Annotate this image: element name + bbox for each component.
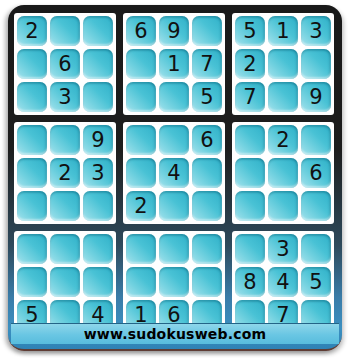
- cell-r7c5[interactable]: [159, 234, 189, 264]
- cell-r1c7: 5: [235, 16, 265, 46]
- cell-r2c8[interactable]: [268, 49, 298, 79]
- cell-r3c5[interactable]: [159, 82, 189, 112]
- cell-r8c5[interactable]: [159, 267, 189, 297]
- cell-r2c3[interactable]: [83, 49, 113, 79]
- cell-r1c5: 9: [159, 16, 189, 46]
- cell-r2c6: 7: [192, 49, 222, 79]
- cell-r3c3[interactable]: [83, 82, 113, 112]
- box-3-2: 16: [123, 231, 225, 333]
- cell-r2c5: 1: [159, 49, 189, 79]
- cell-r6c5[interactable]: [159, 191, 189, 221]
- cell-r2c9[interactable]: [301, 49, 331, 79]
- cell-r7c9[interactable]: [301, 234, 331, 264]
- cell-r1c1: 2: [17, 16, 47, 46]
- cell-r5c2: 2: [50, 158, 80, 188]
- cell-r6c2[interactable]: [50, 191, 80, 221]
- cell-r3c8[interactable]: [268, 82, 298, 112]
- cell-r8c2[interactable]: [50, 267, 80, 297]
- cell-r4c5[interactable]: [159, 125, 189, 155]
- cell-r6c6[interactable]: [192, 191, 222, 221]
- cell-r1c9: 3: [301, 16, 331, 46]
- cell-r2c2: 6: [50, 49, 80, 79]
- cell-r5c8[interactable]: [268, 158, 298, 188]
- cell-r4c9[interactable]: [301, 125, 331, 155]
- cell-r7c3[interactable]: [83, 234, 113, 264]
- box-3-1: 54: [14, 231, 116, 333]
- cell-r8c4[interactable]: [126, 267, 156, 297]
- cell-r2c4[interactable]: [126, 49, 156, 79]
- box-2-3: 26: [232, 122, 334, 224]
- cell-r6c3[interactable]: [83, 191, 113, 221]
- cell-r1c4: 6: [126, 16, 156, 46]
- cell-r8c9: 5: [301, 267, 331, 297]
- cell-r8c8: 4: [268, 267, 298, 297]
- cell-r2c7: 2: [235, 49, 265, 79]
- sudoku-board: 2636917551327992364226541638457: [14, 13, 334, 333]
- cell-r6c1[interactable]: [17, 191, 47, 221]
- box-3-3: 38457: [232, 231, 334, 333]
- cell-r6c9[interactable]: [301, 191, 331, 221]
- cell-r5c6[interactable]: [192, 158, 222, 188]
- cell-r8c7: 8: [235, 267, 265, 297]
- cell-r2c1[interactable]: [17, 49, 47, 79]
- cell-r1c8: 1: [268, 16, 298, 46]
- cell-r5c5: 4: [159, 158, 189, 188]
- cell-r3c6: 5: [192, 82, 222, 112]
- cell-r5c9: 6: [301, 158, 331, 188]
- cell-r7c6[interactable]: [192, 234, 222, 264]
- cell-r7c4[interactable]: [126, 234, 156, 264]
- cell-r3c1[interactable]: [17, 82, 47, 112]
- cell-r4c3: 9: [83, 125, 113, 155]
- cell-r4c4[interactable]: [126, 125, 156, 155]
- cell-r4c7[interactable]: [235, 125, 265, 155]
- cell-r3c7: 7: [235, 82, 265, 112]
- cell-r3c2: 3: [50, 82, 80, 112]
- box-1-2: 69175: [123, 13, 225, 115]
- box-2-2: 642: [123, 122, 225, 224]
- cell-r7c7[interactable]: [235, 234, 265, 264]
- cell-r4c1[interactable]: [17, 125, 47, 155]
- cell-r1c3[interactable]: [83, 16, 113, 46]
- cell-r6c7[interactable]: [235, 191, 265, 221]
- sudoku-card: 2636917551327992364226541638457 www.sudo…: [8, 5, 342, 351]
- box-1-1: 263: [14, 13, 116, 115]
- cell-r6c8[interactable]: [268, 191, 298, 221]
- cell-r4c8: 2: [268, 125, 298, 155]
- cell-r5c4[interactable]: [126, 158, 156, 188]
- cell-r6c4: 2: [126, 191, 156, 221]
- cell-r8c6[interactable]: [192, 267, 222, 297]
- cell-r7c8: 3: [268, 234, 298, 264]
- box-1-3: 513279: [232, 13, 334, 115]
- cell-r1c6[interactable]: [192, 16, 222, 46]
- cell-r7c1[interactable]: [17, 234, 47, 264]
- cell-r8c3[interactable]: [83, 267, 113, 297]
- cell-r7c2[interactable]: [50, 234, 80, 264]
- cell-r1c2[interactable]: [50, 16, 80, 46]
- cell-r4c6: 6: [192, 125, 222, 155]
- cell-r5c3: 3: [83, 158, 113, 188]
- site-url-text: www.sudokusweb.com: [84, 326, 267, 342]
- box-2-1: 923: [14, 122, 116, 224]
- site-url-bar: www.sudokusweb.com: [11, 323, 339, 344]
- cell-r4c2[interactable]: [50, 125, 80, 155]
- cell-r5c1[interactable]: [17, 158, 47, 188]
- cell-r8c1[interactable]: [17, 267, 47, 297]
- cell-r3c9: 9: [301, 82, 331, 112]
- cell-r5c7[interactable]: [235, 158, 265, 188]
- cell-r3c4[interactable]: [126, 82, 156, 112]
